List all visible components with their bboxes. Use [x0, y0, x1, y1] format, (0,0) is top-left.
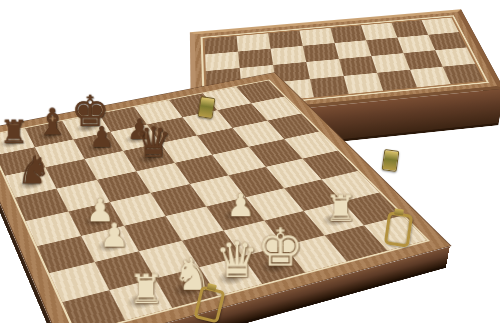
white-rook-glyph: ♜	[111, 269, 182, 309]
piece-dark-queen: ♛	[123, 143, 175, 171]
product-photo-scene: ♜♝♚♟♟♞♛♟♟♟♜♜♞♛♚	[0, 0, 500, 323]
white-pawn-glyph: ♟	[82, 219, 148, 252]
dark-rook-glyph: ♜	[0, 116, 42, 148]
dark-queen-glyph: ♛	[124, 122, 182, 164]
piece-dark-pawn: ♟	[73, 132, 123, 159]
case-latch-right	[382, 149, 400, 172]
case-pattern-square	[443, 64, 484, 84]
piece-white-pawn: ♟	[81, 226, 139, 262]
case-pattern-square	[310, 76, 349, 97]
dark-knight-glyph: ♞	[4, 151, 64, 189]
piece-dark-knight: ♞	[5, 167, 56, 197]
piece-white-rook: ♜	[109, 279, 172, 321]
white-rook-glyph: ♜	[309, 190, 373, 226]
board-clasp-right	[384, 211, 413, 247]
dark-pawn-glyph: ♟	[73, 123, 130, 152]
